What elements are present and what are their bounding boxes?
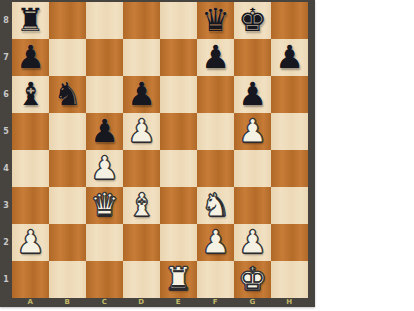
rank-label-1: 1 [0, 261, 12, 298]
square-h5[interactable] [271, 113, 308, 150]
file-label-g: G [234, 298, 271, 307]
file-label-h: H [271, 298, 308, 307]
square-c3[interactable]: ♛ [86, 187, 123, 224]
square-g4[interactable] [234, 150, 271, 187]
square-f6[interactable] [197, 76, 234, 113]
square-h2[interactable] [271, 224, 308, 261]
piece-black-rook[interactable]: ♜ [12, 2, 49, 39]
square-e1[interactable]: ♜ [160, 261, 197, 298]
square-d1[interactable] [123, 261, 160, 298]
square-d3[interactable]: ♝ [123, 187, 160, 224]
file-label-e: E [160, 298, 197, 307]
rank-label-4: 4 [0, 150, 12, 187]
piece-white-king[interactable]: ♚ [234, 261, 271, 298]
square-h7[interactable]: ♟ [271, 39, 308, 76]
square-e3[interactable] [160, 187, 197, 224]
piece-white-queen[interactable]: ♛ [86, 187, 123, 224]
square-h3[interactable] [271, 187, 308, 224]
file-label-d: D [123, 298, 160, 307]
rank-label-8: 8 [0, 2, 12, 39]
square-f8[interactable]: ♛ [197, 2, 234, 39]
rank-label-5: 5 [0, 113, 12, 150]
square-b2[interactable] [49, 224, 86, 261]
square-a3[interactable] [12, 187, 49, 224]
square-c8[interactable] [86, 2, 123, 39]
square-g7[interactable] [234, 39, 271, 76]
square-c2[interactable] [86, 224, 123, 261]
square-c1[interactable] [86, 261, 123, 298]
square-e6[interactable] [160, 76, 197, 113]
page-background: ♜♛♚♟♟♟♝♞♟♟♟♟♟♟♛♝♞♟♟♟♜♚ 87654321 ABCDEFGH [0, 0, 414, 311]
square-d5[interactable]: ♟ [123, 113, 160, 150]
piece-black-bishop[interactable]: ♝ [12, 76, 49, 113]
square-d4[interactable] [123, 150, 160, 187]
file-label-a: A [12, 298, 49, 307]
piece-white-pawn[interactable]: ♟ [234, 224, 271, 261]
square-f7[interactable]: ♟ [197, 39, 234, 76]
piece-white-pawn[interactable]: ♟ [86, 150, 123, 187]
piece-black-queen[interactable]: ♛ [197, 2, 234, 39]
square-e5[interactable] [160, 113, 197, 150]
square-e7[interactable] [160, 39, 197, 76]
file-label-b: B [49, 298, 86, 307]
square-c7[interactable] [86, 39, 123, 76]
square-e8[interactable] [160, 2, 197, 39]
piece-black-pawn[interactable]: ♟ [234, 76, 271, 113]
square-h6[interactable] [271, 76, 308, 113]
square-g5[interactable]: ♟ [234, 113, 271, 150]
square-h1[interactable] [271, 261, 308, 298]
square-e2[interactable] [160, 224, 197, 261]
piece-white-pawn[interactable]: ♟ [234, 113, 271, 150]
chess-board-frame: ♜♛♚♟♟♟♝♞♟♟♟♟♟♟♛♝♞♟♟♟♜♚ 87654321 ABCDEFGH [0, 0, 315, 307]
piece-black-pawn[interactable]: ♟ [12, 39, 49, 76]
square-f2[interactable]: ♟ [197, 224, 234, 261]
square-b4[interactable] [49, 150, 86, 187]
square-c6[interactable] [86, 76, 123, 113]
square-a7[interactable]: ♟ [12, 39, 49, 76]
square-g6[interactable]: ♟ [234, 76, 271, 113]
file-label-f: F [197, 298, 234, 307]
piece-white-pawn[interactable]: ♟ [123, 113, 160, 150]
rank-label-7: 7 [0, 39, 12, 76]
piece-black-king[interactable]: ♚ [234, 2, 271, 39]
chess-board[interactable]: ♜♛♚♟♟♟♝♞♟♟♟♟♟♟♛♝♞♟♟♟♜♚ [12, 2, 308, 298]
piece-white-pawn[interactable]: ♟ [197, 224, 234, 261]
square-g3[interactable] [234, 187, 271, 224]
square-a1[interactable] [12, 261, 49, 298]
square-d6[interactable]: ♟ [123, 76, 160, 113]
piece-black-knight[interactable]: ♞ [49, 76, 86, 113]
square-a5[interactable] [12, 113, 49, 150]
square-a4[interactable] [12, 150, 49, 187]
square-f4[interactable] [197, 150, 234, 187]
square-c5[interactable]: ♟ [86, 113, 123, 150]
square-a8[interactable]: ♜ [12, 2, 49, 39]
square-c4[interactable]: ♟ [86, 150, 123, 187]
square-d8[interactable] [123, 2, 160, 39]
square-f5[interactable] [197, 113, 234, 150]
square-b7[interactable] [49, 39, 86, 76]
square-b5[interactable] [49, 113, 86, 150]
piece-black-pawn[interactable]: ♟ [271, 39, 308, 76]
rank-label-6: 6 [0, 76, 12, 113]
square-g2[interactable]: ♟ [234, 224, 271, 261]
square-h8[interactable] [271, 2, 308, 39]
piece-black-pawn[interactable]: ♟ [123, 76, 160, 113]
file-label-c: C [86, 298, 123, 307]
piece-black-pawn[interactable]: ♟ [197, 39, 234, 76]
rank-label-3: 3 [0, 187, 12, 224]
square-f1[interactable] [197, 261, 234, 298]
piece-white-pawn[interactable]: ♟ [12, 224, 49, 261]
square-b8[interactable] [49, 2, 86, 39]
square-a2[interactable]: ♟ [12, 224, 49, 261]
square-h4[interactable] [271, 150, 308, 187]
rank-label-2: 2 [0, 224, 12, 261]
piece-white-knight[interactable]: ♞ [197, 187, 234, 224]
square-d2[interactable] [123, 224, 160, 261]
piece-white-bishop[interactable]: ♝ [123, 187, 160, 224]
square-f3[interactable]: ♞ [197, 187, 234, 224]
square-b6[interactable]: ♞ [49, 76, 86, 113]
square-g1[interactable]: ♚ [234, 261, 271, 298]
piece-white-rook[interactable]: ♜ [160, 261, 197, 298]
square-a6[interactable]: ♝ [12, 76, 49, 113]
square-g8[interactable]: ♚ [234, 2, 271, 39]
square-d7[interactable] [123, 39, 160, 76]
square-e4[interactable] [160, 150, 197, 187]
piece-black-pawn[interactable]: ♟ [86, 113, 123, 150]
square-b1[interactable] [49, 261, 86, 298]
square-b3[interactable] [49, 187, 86, 224]
